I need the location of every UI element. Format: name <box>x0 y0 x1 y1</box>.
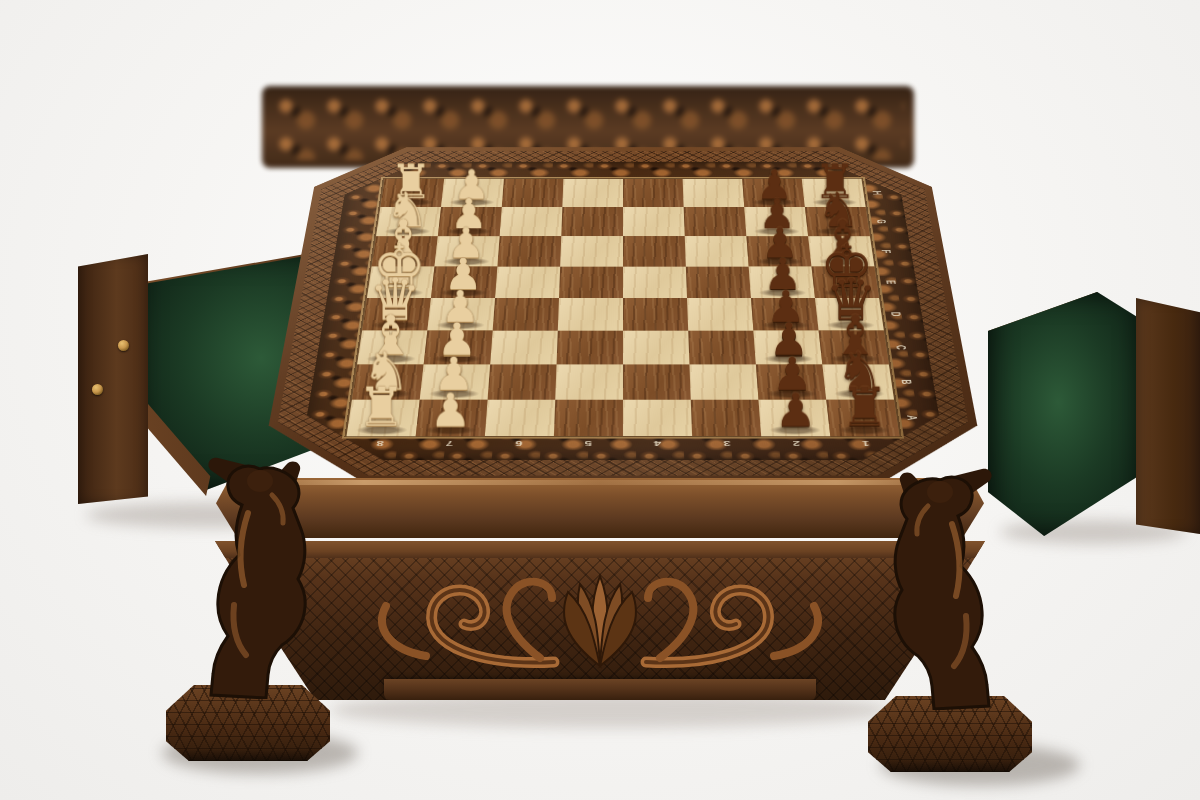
chess-board: ♜♟♟♜♞♟♟♞♝♟♟♝♚♟♟♚♛♟♟♛♝♟♟♝♞♟♟♞♜♟♟♜ <box>347 179 900 436</box>
left-atlas-figure <box>174 455 324 699</box>
square-f6 <box>497 236 561 266</box>
file-label-H: H <box>870 191 884 195</box>
file-label-G: G <box>874 219 888 223</box>
rank-label-5: 5 <box>585 439 592 447</box>
square-f4 <box>623 236 686 266</box>
square-c4 <box>623 331 689 365</box>
square-e4 <box>623 267 687 298</box>
rank-label-8: 8 <box>376 439 384 447</box>
carved-tabletop: 87654321ABCDEFGH ♜♟♟♜♞♟♟♞♝♟♟♝♚♟♟♚♛♟♟♛♝♟♟… <box>258 147 987 480</box>
square-h5 <box>562 179 623 207</box>
dark-rook-a1: ♜ <box>840 380 888 434</box>
light-pawn-a7: ♟ <box>430 388 472 434</box>
square-g5 <box>561 207 623 236</box>
file-label-F: F <box>879 250 893 253</box>
brass-knob-icon <box>118 340 129 351</box>
square-c3 <box>688 331 756 365</box>
file-label-D: D <box>888 312 903 316</box>
front-edge-highlight <box>231 480 968 485</box>
file-label-A: A <box>904 415 920 420</box>
square-d4 <box>623 298 688 331</box>
square-e6 <box>495 267 560 298</box>
brass-knob-icon <box>92 384 103 395</box>
left-atlas-leg <box>166 455 336 761</box>
file-label-C: C <box>893 345 908 350</box>
square-c5 <box>557 331 623 365</box>
file-label-B: B <box>898 379 913 384</box>
right-drawer-outer-face <box>1136 298 1200 534</box>
square-g3 <box>684 207 747 236</box>
rank-label-1: 1 <box>862 439 870 447</box>
square-c6 <box>490 331 558 365</box>
square-d5 <box>558 298 623 331</box>
light-rook-a8: ♜ <box>357 380 405 434</box>
square-d3 <box>687 298 753 331</box>
square-h3 <box>683 179 745 207</box>
file-label-E: E <box>883 280 897 284</box>
square-f3 <box>685 236 749 266</box>
rank-label-7: 7 <box>446 439 454 447</box>
square-h4 <box>623 179 684 207</box>
apron-scroll-medallion <box>330 562 870 682</box>
rank-label-4: 4 <box>654 439 661 447</box>
rank-label-6: 6 <box>515 439 523 447</box>
right-atlas-leg <box>868 466 1038 772</box>
square-f5 <box>560 236 623 266</box>
photo-backdrop: { "game": "chess", "scene_type": "overhe… <box>0 0 1200 800</box>
right-atlas-figure <box>876 466 1026 710</box>
square-e5 <box>559 267 623 298</box>
square-g6 <box>500 207 563 236</box>
apron-bottom-rail <box>384 679 815 700</box>
square-d6 <box>493 298 559 331</box>
square-g4 <box>623 207 685 236</box>
square-h6 <box>502 179 564 207</box>
rank-label-2: 2 <box>792 439 800 447</box>
dark-pawn-a2: ♟ <box>775 388 817 434</box>
square-e3 <box>686 267 751 298</box>
rank-label-3: 3 <box>723 439 731 447</box>
left-drawer-outer-face <box>78 254 148 504</box>
